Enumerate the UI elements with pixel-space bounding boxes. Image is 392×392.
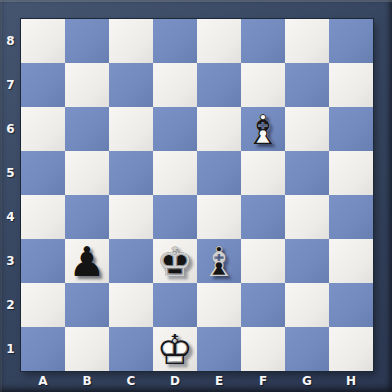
square-e2[interactable] xyxy=(197,283,241,327)
square-f2[interactable] xyxy=(241,283,285,327)
rank-label-4: 4 xyxy=(0,195,21,239)
square-d6[interactable] xyxy=(153,107,197,151)
square-g8[interactable] xyxy=(285,19,329,63)
square-f8[interactable] xyxy=(241,19,285,63)
rank-label-2: 2 xyxy=(0,283,21,327)
square-h6[interactable] xyxy=(329,107,373,151)
square-e7[interactable] xyxy=(197,63,241,107)
square-h5[interactable] xyxy=(329,151,373,195)
square-a3[interactable] xyxy=(21,239,65,283)
square-g2[interactable] xyxy=(285,283,329,327)
rank-label-7: 7 xyxy=(0,63,21,107)
chess-board-frame: ♝♗♟♚♔♝♗♚♔ 87654321 ABCDEFGH xyxy=(0,0,392,392)
file-label-c: C xyxy=(109,371,153,390)
piece-black-pawn[interactable]: ♟ xyxy=(65,239,109,283)
square-b6[interactable] xyxy=(65,107,109,151)
rank-label-8: 8 xyxy=(0,19,21,63)
white-king-outline: ♔ xyxy=(153,327,197,371)
square-g7[interactable] xyxy=(285,63,329,107)
black-king-outline: ♔ xyxy=(153,239,197,283)
square-b1[interactable] xyxy=(65,327,109,371)
black-bishop-outline: ♗ xyxy=(197,239,241,283)
square-g3[interactable] xyxy=(285,239,329,283)
square-g1[interactable] xyxy=(285,327,329,371)
rank-label-1: 1 xyxy=(0,327,21,371)
square-b8[interactable] xyxy=(65,19,109,63)
rank-label-6: 6 xyxy=(0,107,21,151)
square-d7[interactable] xyxy=(153,63,197,107)
file-label-g: G xyxy=(285,371,329,390)
square-g4[interactable] xyxy=(285,195,329,239)
square-f5[interactable] xyxy=(241,151,285,195)
square-f4[interactable] xyxy=(241,195,285,239)
square-d8[interactable] xyxy=(153,19,197,63)
file-label-h: H xyxy=(329,371,373,390)
piece-black-bishop[interactable]: ♝♗ xyxy=(197,239,241,283)
square-c4[interactable] xyxy=(109,195,153,239)
square-a4[interactable] xyxy=(21,195,65,239)
square-d5[interactable] xyxy=(153,151,197,195)
square-c8[interactable] xyxy=(109,19,153,63)
square-b5[interactable] xyxy=(65,151,109,195)
square-h8[interactable] xyxy=(329,19,373,63)
rank-label-3: 3 xyxy=(0,239,21,283)
square-b2[interactable] xyxy=(65,283,109,327)
square-e1[interactable] xyxy=(197,327,241,371)
piece-black-king[interactable]: ♚♔ xyxy=(153,239,197,283)
black-pawn-glyph: ♟ xyxy=(65,239,109,283)
square-b7[interactable] xyxy=(65,63,109,107)
square-g6[interactable] xyxy=(285,107,329,151)
piece-white-bishop[interactable]: ♝♗ xyxy=(241,107,285,151)
square-g5[interactable] xyxy=(285,151,329,195)
square-e5[interactable] xyxy=(197,151,241,195)
square-c2[interactable] xyxy=(109,283,153,327)
square-d3[interactable]: ♚♔ xyxy=(153,239,197,283)
piece-white-king[interactable]: ♚♔ xyxy=(153,327,197,371)
square-e3[interactable]: ♝♗ xyxy=(197,239,241,283)
square-f6[interactable]: ♝♗ xyxy=(241,107,285,151)
square-c3[interactable] xyxy=(109,239,153,283)
square-a5[interactable] xyxy=(21,151,65,195)
file-labels: ABCDEFGH xyxy=(21,371,373,390)
square-c7[interactable] xyxy=(109,63,153,107)
square-d2[interactable] xyxy=(153,283,197,327)
square-f3[interactable] xyxy=(241,239,285,283)
square-e4[interactable] xyxy=(197,195,241,239)
file-label-b: B xyxy=(65,371,109,390)
square-a7[interactable] xyxy=(21,63,65,107)
square-b4[interactable] xyxy=(65,195,109,239)
file-label-d: D xyxy=(153,371,197,390)
square-d1[interactable]: ♚♔ xyxy=(153,327,197,371)
rank-labels: 87654321 xyxy=(0,19,21,371)
square-c6[interactable] xyxy=(109,107,153,151)
white-bishop-outline: ♗ xyxy=(241,107,285,151)
square-f7[interactable] xyxy=(241,63,285,107)
file-label-e: E xyxy=(197,371,241,390)
square-h1[interactable] xyxy=(329,327,373,371)
square-a6[interactable] xyxy=(21,107,65,151)
square-h2[interactable] xyxy=(329,283,373,327)
square-f1[interactable] xyxy=(241,327,285,371)
square-c1[interactable] xyxy=(109,327,153,371)
square-a2[interactable] xyxy=(21,283,65,327)
square-h4[interactable] xyxy=(329,195,373,239)
chess-board: ♝♗♟♚♔♝♗♚♔ xyxy=(21,19,373,371)
square-c5[interactable] xyxy=(109,151,153,195)
file-label-f: F xyxy=(241,371,285,390)
square-e8[interactable] xyxy=(197,19,241,63)
square-h3[interactable] xyxy=(329,239,373,283)
square-h7[interactable] xyxy=(329,63,373,107)
square-d4[interactable] xyxy=(153,195,197,239)
square-a1[interactable] xyxy=(21,327,65,371)
file-label-a: A xyxy=(21,371,65,390)
square-e6[interactable] xyxy=(197,107,241,151)
square-b3[interactable]: ♟ xyxy=(65,239,109,283)
rank-label-5: 5 xyxy=(0,151,21,195)
square-a8[interactable] xyxy=(21,19,65,63)
